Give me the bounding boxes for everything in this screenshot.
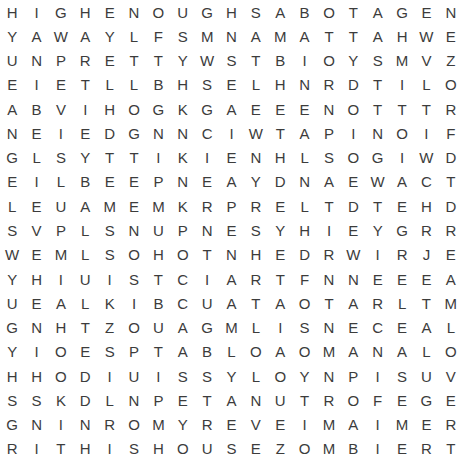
- grid-cell[interactable]: Y: [244, 170, 268, 194]
- grid-cell[interactable]: B: [73, 170, 97, 194]
- grid-cell[interactable]: T: [439, 170, 463, 194]
- grid-cell[interactable]: U: [0, 49, 24, 73]
- grid-cell[interactable]: N: [24, 315, 48, 339]
- grid-cell[interactable]: C: [414, 170, 438, 194]
- grid-cell[interactable]: S: [171, 364, 195, 388]
- grid-cell[interactable]: N: [317, 364, 341, 388]
- grid-cell[interactable]: T: [244, 49, 268, 73]
- grid-cell[interactable]: E: [73, 121, 97, 145]
- grid-cell[interactable]: Y: [73, 146, 97, 170]
- grid-cell[interactable]: E: [439, 243, 463, 267]
- grid-cell[interactable]: I: [219, 121, 243, 145]
- grid-cell[interactable]: I: [390, 73, 414, 97]
- grid-cell[interactable]: B: [292, 0, 316, 24]
- grid-cell[interactable]: A: [268, 291, 292, 315]
- grid-cell[interactable]: E: [0, 73, 24, 97]
- grid-cell[interactable]: R: [439, 218, 463, 242]
- grid-cell[interactable]: P: [219, 194, 243, 218]
- grid-cell[interactable]: M: [97, 194, 121, 218]
- grid-cell[interactable]: N: [317, 267, 341, 291]
- grid-cell[interactable]: R: [366, 291, 390, 315]
- grid-cell[interactable]: R: [317, 73, 341, 97]
- grid-cell[interactable]: N: [122, 218, 146, 242]
- grid-cell[interactable]: O: [390, 121, 414, 145]
- grid-cell[interactable]: D: [268, 170, 292, 194]
- grid-cell[interactable]: E: [24, 121, 48, 145]
- grid-cell[interactable]: E: [292, 97, 316, 121]
- grid-cell[interactable]: D: [439, 146, 463, 170]
- grid-cell[interactable]: L: [219, 340, 243, 364]
- grid-cell[interactable]: G: [146, 97, 170, 121]
- grid-cell[interactable]: K: [49, 388, 73, 412]
- grid-cell[interactable]: S: [317, 146, 341, 170]
- grid-cell[interactable]: I: [146, 146, 170, 170]
- grid-cell[interactable]: W: [366, 170, 390, 194]
- grid-cell[interactable]: H: [219, 0, 243, 24]
- grid-cell[interactable]: L: [0, 194, 24, 218]
- grid-cell[interactable]: O: [341, 388, 365, 412]
- grid-cell[interactable]: Y: [0, 24, 24, 48]
- grid-cell[interactable]: V: [49, 97, 73, 121]
- grid-cell[interactable]: M: [317, 412, 341, 436]
- grid-cell[interactable]: O: [122, 243, 146, 267]
- grid-cell[interactable]: A: [219, 97, 243, 121]
- grid-cell[interactable]: Y: [171, 49, 195, 73]
- grid-cell[interactable]: O: [122, 412, 146, 436]
- grid-cell[interactable]: O: [292, 291, 316, 315]
- grid-cell[interactable]: S: [97, 340, 121, 364]
- grid-cell[interactable]: N: [24, 412, 48, 436]
- grid-cell[interactable]: T: [122, 49, 146, 73]
- grid-cell[interactable]: U: [171, 0, 195, 24]
- grid-cell[interactable]: H: [146, 243, 170, 267]
- grid-cell[interactable]: N: [341, 267, 365, 291]
- grid-cell[interactable]: A: [341, 291, 365, 315]
- grid-cell[interactable]: D: [341, 73, 365, 97]
- grid-cell[interactable]: H: [244, 243, 268, 267]
- grid-cell[interactable]: J: [414, 243, 438, 267]
- grid-cell[interactable]: O: [439, 340, 463, 364]
- grid-cell[interactable]: L: [122, 73, 146, 97]
- grid-cell[interactable]: A: [390, 340, 414, 364]
- grid-cell[interactable]: Y: [97, 24, 121, 48]
- grid-cell[interactable]: I: [390, 146, 414, 170]
- grid-cell[interactable]: I: [49, 412, 73, 436]
- grid-cell[interactable]: U: [49, 194, 73, 218]
- grid-cell[interactable]: N: [219, 24, 243, 48]
- grid-cell[interactable]: L: [244, 73, 268, 97]
- grid-cell[interactable]: N: [24, 49, 48, 73]
- grid-cell[interactable]: H: [97, 97, 121, 121]
- grid-cell[interactable]: N: [122, 388, 146, 412]
- grid-cell[interactable]: Y: [171, 412, 195, 436]
- grid-cell[interactable]: S: [195, 364, 219, 388]
- grid-cell[interactable]: U: [73, 267, 97, 291]
- grid-cell[interactable]: A: [341, 412, 365, 436]
- grid-cell[interactable]: Y: [292, 364, 316, 388]
- grid-cell[interactable]: U: [146, 218, 170, 242]
- grid-cell[interactable]: L: [390, 291, 414, 315]
- grid-cell[interactable]: D: [73, 388, 97, 412]
- grid-cell[interactable]: Z: [439, 49, 463, 73]
- grid-cell[interactable]: V: [244, 412, 268, 436]
- grid-cell[interactable]: P: [171, 218, 195, 242]
- grid-cell[interactable]: E: [414, 412, 438, 436]
- grid-cell[interactable]: I: [73, 97, 97, 121]
- grid-cell[interactable]: R: [317, 243, 341, 267]
- grid-cell[interactable]: I: [49, 121, 73, 145]
- grid-cell[interactable]: N: [171, 170, 195, 194]
- grid-cell[interactable]: E: [414, 0, 438, 24]
- grid-cell[interactable]: Y: [0, 340, 24, 364]
- grid-cell[interactable]: S: [122, 437, 146, 461]
- grid-cell[interactable]: O: [439, 73, 463, 97]
- grid-cell[interactable]: O: [292, 340, 316, 364]
- grid-cell[interactable]: E: [268, 194, 292, 218]
- grid-cell[interactable]: T: [317, 194, 341, 218]
- grid-cell[interactable]: L: [73, 218, 97, 242]
- grid-cell[interactable]: G: [390, 0, 414, 24]
- grid-cell[interactable]: T: [244, 291, 268, 315]
- grid-cell[interactable]: G: [195, 0, 219, 24]
- grid-cell[interactable]: O: [49, 340, 73, 364]
- grid-cell[interactable]: M: [317, 340, 341, 364]
- grid-cell[interactable]: M: [390, 412, 414, 436]
- grid-cell[interactable]: A: [414, 315, 438, 339]
- grid-cell[interactable]: T: [195, 388, 219, 412]
- grid-cell[interactable]: T: [49, 437, 73, 461]
- grid-cell[interactable]: A: [24, 24, 48, 48]
- grid-cell[interactable]: H: [414, 194, 438, 218]
- grid-cell[interactable]: L: [24, 146, 48, 170]
- grid-cell[interactable]: U: [268, 388, 292, 412]
- grid-cell[interactable]: T: [146, 340, 170, 364]
- grid-cell[interactable]: E: [439, 24, 463, 48]
- grid-cell[interactable]: E: [24, 291, 48, 315]
- grid-cell[interactable]: N: [366, 121, 390, 145]
- grid-cell[interactable]: L: [97, 73, 121, 97]
- grid-cell[interactable]: L: [414, 340, 438, 364]
- grid-cell[interactable]: U: [195, 437, 219, 461]
- grid-cell[interactable]: T: [146, 49, 170, 73]
- grid-cell[interactable]: I: [414, 121, 438, 145]
- grid-cell[interactable]: E: [97, 49, 121, 73]
- grid-cell[interactable]: T: [341, 0, 365, 24]
- grid-cell[interactable]: L: [73, 243, 97, 267]
- grid-cell[interactable]: L: [414, 73, 438, 97]
- grid-cell[interactable]: S: [24, 388, 48, 412]
- grid-cell[interactable]: A: [49, 291, 73, 315]
- grid-cell[interactable]: T: [317, 24, 341, 48]
- grid-cell[interactable]: I: [366, 412, 390, 436]
- grid-cell[interactable]: S: [0, 388, 24, 412]
- grid-cell[interactable]: M: [146, 412, 170, 436]
- grid-cell[interactable]: O: [292, 437, 316, 461]
- grid-cell[interactable]: N: [146, 121, 170, 145]
- grid-cell[interactable]: R: [97, 412, 121, 436]
- grid-cell[interactable]: N: [366, 340, 390, 364]
- grid-cell[interactable]: A: [219, 388, 243, 412]
- grid-cell[interactable]: F: [366, 388, 390, 412]
- grid-cell[interactable]: G: [49, 0, 73, 24]
- grid-cell[interactable]: U: [0, 291, 24, 315]
- grid-cell[interactable]: H: [24, 364, 48, 388]
- grid-cell[interactable]: R: [195, 412, 219, 436]
- grid-cell[interactable]: G: [390, 218, 414, 242]
- grid-cell[interactable]: I: [146, 364, 170, 388]
- grid-cell[interactable]: E: [219, 218, 243, 242]
- grid-cell[interactable]: I: [292, 412, 316, 436]
- grid-cell[interactable]: O: [317, 0, 341, 24]
- grid-cell[interactable]: N: [244, 146, 268, 170]
- grid-cell[interactable]: T: [122, 146, 146, 170]
- grid-cell[interactable]: R: [244, 267, 268, 291]
- grid-cell[interactable]: C: [366, 315, 390, 339]
- grid-cell[interactable]: R: [439, 412, 463, 436]
- grid-cell[interactable]: P: [49, 218, 73, 242]
- grid-cell[interactable]: P: [146, 170, 170, 194]
- grid-cell[interactable]: A: [73, 194, 97, 218]
- grid-cell[interactable]: L: [49, 170, 73, 194]
- grid-cell[interactable]: B: [146, 291, 170, 315]
- grid-cell[interactable]: O: [122, 97, 146, 121]
- grid-cell[interactable]: L: [122, 24, 146, 48]
- grid-cell[interactable]: S: [366, 49, 390, 73]
- grid-cell[interactable]: Y: [219, 364, 243, 388]
- grid-cell[interactable]: N: [317, 97, 341, 121]
- grid-cell[interactable]: I: [366, 364, 390, 388]
- grid-cell[interactable]: O: [171, 437, 195, 461]
- grid-cell[interactable]: I: [97, 267, 121, 291]
- grid-cell[interactable]: I: [268, 315, 292, 339]
- grid-cell[interactable]: I: [122, 291, 146, 315]
- grid-cell[interactable]: L: [439, 315, 463, 339]
- grid-cell[interactable]: I: [195, 267, 219, 291]
- grid-cell[interactable]: O: [122, 315, 146, 339]
- grid-cell[interactable]: O: [244, 340, 268, 364]
- grid-cell[interactable]: T: [341, 24, 365, 48]
- grid-cell[interactable]: A: [73, 24, 97, 48]
- grid-cell[interactable]: O: [341, 97, 365, 121]
- grid-cell[interactable]: A: [219, 267, 243, 291]
- grid-cell[interactable]: E: [439, 388, 463, 412]
- grid-cell[interactable]: I: [24, 340, 48, 364]
- grid-cell[interactable]: H: [390, 24, 414, 48]
- grid-cell[interactable]: U: [195, 291, 219, 315]
- grid-cell[interactable]: I: [195, 146, 219, 170]
- grid-cell[interactable]: E: [268, 97, 292, 121]
- grid-cell[interactable]: E: [244, 97, 268, 121]
- grid-cell[interactable]: N: [292, 170, 316, 194]
- grid-cell[interactable]: S: [122, 267, 146, 291]
- grid-cell[interactable]: U: [414, 364, 438, 388]
- grid-cell[interactable]: H: [292, 218, 316, 242]
- grid-cell[interactable]: H: [171, 73, 195, 97]
- grid-cell[interactable]: H: [0, 364, 24, 388]
- grid-cell[interactable]: V: [439, 364, 463, 388]
- grid-cell[interactable]: R: [414, 437, 438, 461]
- grid-cell[interactable]: D: [292, 243, 316, 267]
- grid-cell[interactable]: G: [0, 412, 24, 436]
- grid-cell[interactable]: A: [439, 267, 463, 291]
- grid-cell[interactable]: E: [122, 170, 146, 194]
- grid-cell[interactable]: S: [49, 146, 73, 170]
- grid-cell[interactable]: P: [341, 364, 365, 388]
- grid-cell[interactable]: P: [122, 340, 146, 364]
- grid-cell[interactable]: N: [219, 243, 243, 267]
- grid-cell[interactable]: E: [341, 315, 365, 339]
- grid-cell[interactable]: O: [268, 364, 292, 388]
- grid-cell[interactable]: I: [24, 437, 48, 461]
- grid-cell[interactable]: M: [219, 315, 243, 339]
- grid-cell[interactable]: T: [73, 315, 97, 339]
- grid-cell[interactable]: E: [390, 315, 414, 339]
- grid-cell[interactable]: A: [268, 340, 292, 364]
- grid-cell[interactable]: A: [366, 24, 390, 48]
- grid-cell[interactable]: M: [195, 24, 219, 48]
- grid-cell[interactable]: T: [366, 194, 390, 218]
- grid-cell[interactable]: A: [219, 291, 243, 315]
- grid-cell[interactable]: E: [0, 170, 24, 194]
- grid-cell[interactable]: T: [268, 267, 292, 291]
- grid-cell[interactable]: E: [24, 194, 48, 218]
- grid-cell[interactable]: C: [171, 291, 195, 315]
- grid-cell[interactable]: P: [49, 49, 73, 73]
- grid-cell[interactable]: E: [219, 73, 243, 97]
- grid-cell[interactable]: G: [366, 146, 390, 170]
- grid-cell[interactable]: H: [24, 267, 48, 291]
- grid-cell[interactable]: B: [341, 437, 365, 461]
- grid-cell[interactable]: E: [244, 437, 268, 461]
- grid-cell[interactable]: W: [195, 49, 219, 73]
- grid-cell[interactable]: O: [317, 49, 341, 73]
- grid-cell[interactable]: R: [0, 437, 24, 461]
- grid-cell[interactable]: F: [439, 121, 463, 145]
- grid-cell[interactable]: I: [24, 0, 48, 24]
- grid-cell[interactable]: E: [268, 412, 292, 436]
- grid-cell[interactable]: I: [317, 218, 341, 242]
- grid-cell[interactable]: M: [439, 291, 463, 315]
- grid-cell[interactable]: M: [390, 49, 414, 73]
- grid-cell[interactable]: T: [292, 388, 316, 412]
- grid-cell[interactable]: T: [317, 291, 341, 315]
- grid-cell[interactable]: W: [49, 24, 73, 48]
- grid-cell[interactable]: I: [366, 243, 390, 267]
- grid-cell[interactable]: Y: [341, 49, 365, 73]
- grid-cell[interactable]: G: [414, 388, 438, 412]
- grid-cell[interactable]: B: [268, 49, 292, 73]
- grid-cell[interactable]: O: [341, 146, 365, 170]
- grid-cell[interactable]: R: [244, 194, 268, 218]
- grid-cell[interactable]: N: [292, 73, 316, 97]
- grid-cell[interactable]: E: [49, 73, 73, 97]
- grid-cell[interactable]: T: [97, 146, 121, 170]
- grid-cell[interactable]: Z: [97, 315, 121, 339]
- grid-cell[interactable]: K: [171, 146, 195, 170]
- grid-cell[interactable]: A: [244, 24, 268, 48]
- grid-cell[interactable]: R: [390, 243, 414, 267]
- grid-cell[interactable]: L: [292, 194, 316, 218]
- grid-cell[interactable]: R: [195, 194, 219, 218]
- grid-cell[interactable]: K: [97, 291, 121, 315]
- grid-cell[interactable]: W: [244, 121, 268, 145]
- grid-cell[interactable]: Y: [366, 218, 390, 242]
- grid-cell[interactable]: Z: [268, 437, 292, 461]
- grid-cell[interactable]: O: [146, 0, 170, 24]
- grid-cell[interactable]: L: [97, 388, 121, 412]
- grid-cell[interactable]: I: [24, 170, 48, 194]
- grid-cell[interactable]: P: [146, 388, 170, 412]
- grid-cell[interactable]: D: [341, 194, 365, 218]
- grid-cell[interactable]: I: [97, 364, 121, 388]
- grid-cell[interactable]: V: [414, 49, 438, 73]
- grid-cell[interactable]: S: [390, 364, 414, 388]
- grid-cell[interactable]: A: [171, 340, 195, 364]
- grid-cell[interactable]: A: [292, 121, 316, 145]
- grid-cell[interactable]: A: [171, 315, 195, 339]
- grid-cell[interactable]: T: [73, 73, 97, 97]
- grid-cell[interactable]: A: [317, 170, 341, 194]
- grid-cell[interactable]: H: [146, 437, 170, 461]
- grid-cell[interactable]: S: [244, 0, 268, 24]
- grid-cell[interactable]: T: [195, 243, 219, 267]
- grid-cell[interactable]: R: [73, 49, 97, 73]
- grid-cell[interactable]: T: [414, 97, 438, 121]
- grid-cell[interactable]: R: [414, 218, 438, 242]
- grid-cell[interactable]: Y: [268, 218, 292, 242]
- grid-cell[interactable]: M: [49, 243, 73, 267]
- grid-cell[interactable]: I: [341, 121, 365, 145]
- grid-cell[interactable]: U: [122, 364, 146, 388]
- grid-cell[interactable]: T: [439, 437, 463, 461]
- grid-cell[interactable]: H: [268, 73, 292, 97]
- grid-cell[interactable]: I: [49, 267, 73, 291]
- grid-cell[interactable]: V: [24, 218, 48, 242]
- grid-cell[interactable]: W: [414, 146, 438, 170]
- grid-cell[interactable]: N: [195, 218, 219, 242]
- grid-cell[interactable]: S: [0, 218, 24, 242]
- grid-cell[interactable]: I: [292, 49, 316, 73]
- grid-cell[interactable]: I: [366, 437, 390, 461]
- grid-cell[interactable]: R: [317, 388, 341, 412]
- grid-cell[interactable]: N: [171, 121, 195, 145]
- grid-cell[interactable]: P: [317, 121, 341, 145]
- grid-cell[interactable]: G: [122, 121, 146, 145]
- grid-cell[interactable]: M: [268, 24, 292, 48]
- grid-cell[interactable]: Y: [0, 267, 24, 291]
- grid-cell[interactable]: S: [171, 24, 195, 48]
- grid-cell[interactable]: E: [122, 194, 146, 218]
- grid-cell[interactable]: T: [414, 291, 438, 315]
- grid-cell[interactable]: N: [244, 388, 268, 412]
- grid-cell[interactable]: T: [366, 73, 390, 97]
- grid-cell[interactable]: H: [268, 146, 292, 170]
- grid-cell[interactable]: L: [292, 146, 316, 170]
- grid-cell[interactable]: G: [0, 146, 24, 170]
- grid-cell[interactable]: O: [171, 243, 195, 267]
- grid-cell[interactable]: A: [268, 0, 292, 24]
- grid-cell[interactable]: U: [146, 315, 170, 339]
- grid-cell[interactable]: N: [439, 0, 463, 24]
- grid-cell[interactable]: H: [73, 437, 97, 461]
- grid-cell[interactable]: E: [97, 0, 121, 24]
- grid-cell[interactable]: W: [0, 243, 24, 267]
- grid-cell[interactable]: A: [366, 0, 390, 24]
- grid-cell[interactable]: O: [49, 364, 73, 388]
- grid-cell[interactable]: T: [146, 267, 170, 291]
- grid-cell[interactable]: E: [390, 437, 414, 461]
- grid-cell[interactable]: T: [268, 121, 292, 145]
